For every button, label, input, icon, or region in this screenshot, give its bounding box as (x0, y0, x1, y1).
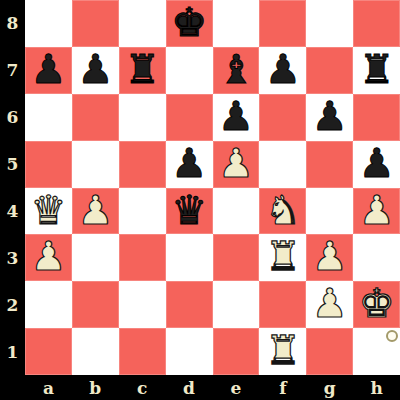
file-label-h: h (353, 375, 400, 400)
file-labels: abcdefgh (25, 375, 400, 400)
square-g1[interactable] (306, 328, 353, 375)
rank-label-3: 3 (0, 234, 25, 281)
square-g3[interactable]: ♟ (306, 234, 353, 281)
square-e6[interactable]: ♟ (213, 94, 260, 141)
square-a4[interactable]: ♛ (25, 188, 72, 235)
square-f6[interactable] (259, 94, 306, 141)
square-f1[interactable]: ♜ (259, 328, 306, 375)
square-a3[interactable]: ♟ (25, 234, 72, 281)
square-f5[interactable] (259, 141, 306, 188)
rank-label-8: 8 (0, 0, 25, 47)
rank-label-4: 4 (0, 188, 25, 235)
square-d6[interactable] (166, 94, 213, 141)
file-label-f: f (259, 375, 306, 400)
piece-white-pawn[interactable]: ♟ (31, 233, 67, 280)
square-d1[interactable] (166, 328, 213, 375)
square-f3[interactable]: ♜ (259, 234, 306, 281)
piece-black-pawn[interactable]: ♟ (359, 140, 395, 187)
square-d4[interactable]: ♛ (166, 188, 213, 235)
square-h6[interactable] (353, 94, 400, 141)
piece-white-pawn[interactable]: ♟ (77, 187, 113, 234)
square-g5[interactable] (306, 141, 353, 188)
square-c3[interactable] (119, 234, 166, 281)
piece-black-pawn[interactable]: ♟ (171, 140, 207, 187)
square-a5[interactable] (25, 141, 72, 188)
piece-black-pawn[interactable]: ♟ (77, 46, 113, 93)
square-a8[interactable] (25, 0, 72, 47)
piece-black-queen[interactable]: ♛ (171, 187, 207, 234)
square-g4[interactable] (306, 188, 353, 235)
piece-white-rook[interactable]: ♜ (265, 327, 301, 374)
square-h3[interactable] (353, 234, 400, 281)
piece-black-bishop[interactable]: ♝ (218, 46, 254, 93)
piece-black-pawn[interactable]: ♟ (312, 93, 348, 140)
square-b7[interactable]: ♟ (72, 47, 119, 94)
piece-black-rook[interactable]: ♜ (359, 46, 395, 93)
square-c5[interactable] (119, 141, 166, 188)
piece-white-knight[interactable]: ♞ (265, 187, 301, 234)
piece-white-pawn[interactable]: ♟ (218, 140, 254, 187)
piece-black-pawn[interactable]: ♟ (31, 46, 67, 93)
rank-labels: 87654321 (0, 0, 25, 375)
square-h4[interactable]: ♟ (353, 188, 400, 235)
piece-black-pawn[interactable]: ♟ (218, 93, 254, 140)
square-g6[interactable]: ♟ (306, 94, 353, 141)
square-b2[interactable] (72, 281, 119, 328)
square-e1[interactable] (213, 328, 260, 375)
square-d5[interactable]: ♟ (166, 141, 213, 188)
square-f2[interactable] (259, 281, 306, 328)
square-h8[interactable] (353, 0, 400, 47)
file-label-c: c (119, 375, 166, 400)
square-c6[interactable] (119, 94, 166, 141)
file-label-e: e (213, 375, 260, 400)
square-e3[interactable] (213, 234, 260, 281)
piece-black-king[interactable]: ♚ (171, 0, 207, 46)
square-d3[interactable] (166, 234, 213, 281)
square-c2[interactable] (119, 281, 166, 328)
square-d2[interactable] (166, 281, 213, 328)
square-f8[interactable] (259, 0, 306, 47)
piece-black-pawn[interactable]: ♟ (265, 46, 301, 93)
square-h2[interactable]: ♚ (353, 281, 400, 328)
square-d7[interactable] (166, 47, 213, 94)
rank-label-1: 1 (0, 328, 25, 375)
chess-board: ♚♟♟♜♝♟♜♟♟♟♟♟♛♟♛♞♟♟♜♟♟♚♜ (25, 0, 400, 375)
square-e7[interactable]: ♝ (213, 47, 260, 94)
square-e2[interactable] (213, 281, 260, 328)
piece-white-pawn[interactable]: ♟ (312, 233, 348, 280)
square-b8[interactable] (72, 0, 119, 47)
board-frame: ♚♟♟♜♝♟♜♟♟♟♟♟♛♟♛♞♟♟♜♟♟♚♜ 87654321 abcdefg… (0, 0, 400, 400)
square-b6[interactable] (72, 94, 119, 141)
square-e4[interactable] (213, 188, 260, 235)
file-label-g: g (306, 375, 353, 400)
square-a6[interactable] (25, 94, 72, 141)
square-b3[interactable] (72, 234, 119, 281)
square-h5[interactable]: ♟ (353, 141, 400, 188)
side-to-move-indicator (386, 330, 398, 342)
rank-label-2: 2 (0, 281, 25, 328)
rank-label-5: 5 (0, 141, 25, 188)
square-c1[interactable] (119, 328, 166, 375)
piece-white-king[interactable]: ♚ (359, 280, 395, 327)
square-e8[interactable] (213, 0, 260, 47)
square-b5[interactable] (72, 141, 119, 188)
square-b4[interactable]: ♟ (72, 188, 119, 235)
square-h7[interactable]: ♜ (353, 47, 400, 94)
file-label-b: b (72, 375, 119, 400)
square-a1[interactable] (25, 328, 72, 375)
square-c4[interactable] (119, 188, 166, 235)
piece-white-queen[interactable]: ♛ (31, 187, 67, 234)
square-d8[interactable]: ♚ (166, 0, 213, 47)
square-c8[interactable] (119, 0, 166, 47)
square-f4[interactable]: ♞ (259, 188, 306, 235)
piece-white-pawn[interactable]: ♟ (359, 187, 395, 234)
square-e5[interactable]: ♟ (213, 141, 260, 188)
piece-white-pawn[interactable]: ♟ (312, 280, 348, 327)
square-a7[interactable]: ♟ (25, 47, 72, 94)
square-g2[interactable]: ♟ (306, 281, 353, 328)
square-c7[interactable]: ♜ (119, 47, 166, 94)
square-a2[interactable] (25, 281, 72, 328)
rank-label-7: 7 (0, 47, 25, 94)
piece-white-rook[interactable]: ♜ (265, 233, 301, 280)
rank-label-6: 6 (0, 94, 25, 141)
square-b1[interactable] (72, 328, 119, 375)
square-g7[interactable] (306, 47, 353, 94)
square-g8[interactable] (306, 0, 353, 47)
file-label-a: a (25, 375, 72, 400)
square-f7[interactable]: ♟ (259, 47, 306, 94)
piece-black-rook[interactable]: ♜ (124, 46, 160, 93)
file-label-d: d (166, 375, 213, 400)
